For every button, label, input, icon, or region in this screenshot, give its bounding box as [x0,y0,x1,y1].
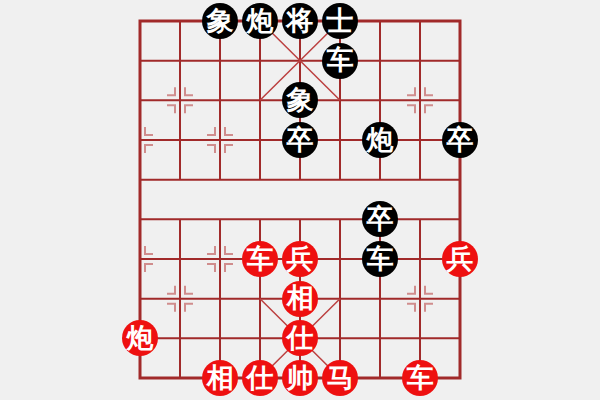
piece-black-elephant[interactable]: 象 [282,82,318,118]
piece-red-advisor[interactable]: 仕 [242,360,278,396]
piece-black-elephant[interactable]: 象 [202,3,238,39]
piece-black-chariot[interactable]: 车 [362,241,398,277]
piece-black-cannon[interactable]: 炮 [242,3,278,39]
piece-red-general[interactable]: 帅 [282,360,318,396]
piece-black-general[interactable]: 将 [282,3,318,39]
piece-red-horse[interactable]: 马 [322,360,358,396]
piece-red-soldier[interactable]: 兵 [282,241,318,277]
piece-black-advisor[interactable]: 士 [322,3,358,39]
piece-red-chariot[interactable]: 车 [242,241,278,277]
piece-red-cannon[interactable]: 炮 [122,320,158,356]
piece-red-chariot[interactable]: 车 [402,360,438,396]
piece-black-cannon[interactable]: 炮 [362,122,398,158]
piece-red-elephant[interactable]: 相 [202,360,238,396]
xiangqi-app: 象炮将士车象卒炮卒卒车车兵兵相炮仕相仕帅马车 [0,0,600,400]
piece-red-advisor[interactable]: 仕 [282,320,318,356]
piece-red-soldier[interactable]: 兵 [442,241,478,277]
piece-black-chariot[interactable]: 车 [322,43,358,79]
piece-black-soldier[interactable]: 卒 [362,201,398,237]
piece-black-soldier[interactable]: 卒 [442,122,478,158]
piece-red-elephant[interactable]: 相 [282,281,318,317]
pieces-layer: 象炮将士车象卒炮卒卒车车兵兵相炮仕相仕帅马车 [0,0,600,400]
xiangqi-board: 象炮将士车象卒炮卒卒车车兵兵相炮仕相仕帅马车 [0,0,600,400]
piece-black-soldier[interactable]: 卒 [282,122,318,158]
